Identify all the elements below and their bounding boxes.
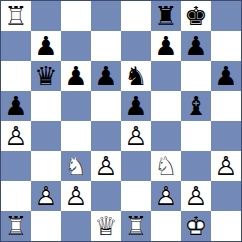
square-e5[interactable]: ♟ [121,91,151,121]
square-b4[interactable] [31,121,61,151]
white-pawn-fill: ♟ [121,121,151,151]
square-h8[interactable] [211,1,241,31]
square-g1[interactable]: ♚♔ [181,211,211,241]
square-b5[interactable] [31,91,61,121]
chess-board: ♜♖♜♚♟♟♟♛♟♟♞♟♟♟♝♟♙♟♙♞♘♟♙♞♘♟♙♟♙♟♙♟♙♟♙♜♖♛♕♜… [0,0,242,242]
white-rook[interactable]: ♖ [1,211,31,241]
square-b6[interactable]: ♛ [31,61,61,91]
square-a6[interactable] [1,61,31,91]
square-e4[interactable]: ♟♙ [121,121,151,151]
white-pawn-fill: ♟ [211,151,241,181]
square-c6[interactable]: ♟ [61,61,91,91]
square-f4[interactable] [151,121,181,151]
black-knight[interactable]: ♞ [121,61,151,91]
white-rook-fill: ♜ [1,211,31,241]
square-b7[interactable]: ♟ [31,31,61,61]
square-g3[interactable] [181,151,211,181]
white-pawn-fill: ♟ [181,181,211,211]
white-queen-fill: ♛ [91,211,121,241]
square-d7[interactable] [91,31,121,61]
white-pawn-fill: ♟ [61,181,91,211]
square-h3[interactable]: ♟♙ [211,151,241,181]
white-pawn[interactable]: ♙ [121,121,151,151]
square-a1[interactable]: ♜♖ [1,211,31,241]
black-pawn[interactable]: ♟ [61,61,91,91]
square-f2[interactable]: ♟♙ [151,181,181,211]
square-g5[interactable]: ♝ [181,91,211,121]
square-g2[interactable]: ♟♙ [181,181,211,211]
white-knight[interactable]: ♘ [151,151,181,181]
white-pawn[interactable]: ♙ [211,151,241,181]
black-pawn[interactable]: ♟ [91,61,121,91]
square-h6[interactable]: ♟ [211,61,241,91]
square-b8[interactable] [31,1,61,31]
square-f1[interactable] [151,211,181,241]
square-h5[interactable] [211,91,241,121]
white-pawn-fill: ♟ [1,121,31,151]
white-pawn-fill: ♟ [31,181,61,211]
square-d2[interactable] [91,181,121,211]
square-d3[interactable]: ♟♙ [91,151,121,181]
square-a2[interactable] [1,181,31,211]
square-e3[interactable] [121,151,151,181]
black-pawn[interactable]: ♟ [211,61,241,91]
square-d1[interactable]: ♛♕ [91,211,121,241]
square-h2[interactable] [211,181,241,211]
black-pawn[interactable]: ♟ [121,91,151,121]
white-pawn[interactable]: ♙ [181,181,211,211]
square-d5[interactable] [91,91,121,121]
black-bishop[interactable]: ♝ [181,91,211,121]
black-rook[interactable]: ♜ [151,1,181,31]
white-pawn[interactable]: ♙ [1,121,31,151]
square-c4[interactable] [61,121,91,151]
black-pawn[interactable]: ♟ [151,31,181,61]
square-f3[interactable]: ♞♘ [151,151,181,181]
square-g8[interactable]: ♚ [181,1,211,31]
black-queen[interactable]: ♛ [31,61,61,91]
square-e7[interactable] [121,31,151,61]
square-f8[interactable]: ♜ [151,1,181,31]
square-g6[interactable] [181,61,211,91]
square-d6[interactable]: ♟ [91,61,121,91]
white-knight-fill: ♞ [61,151,91,181]
white-knight-fill: ♞ [151,151,181,181]
square-c1[interactable] [61,211,91,241]
square-h4[interactable] [211,121,241,151]
square-g7[interactable]: ♟ [181,31,211,61]
square-a7[interactable] [1,31,31,61]
square-e8[interactable] [121,1,151,31]
square-c8[interactable] [61,1,91,31]
square-e2[interactable] [121,181,151,211]
square-a4[interactable]: ♟♙ [1,121,31,151]
square-c2[interactable]: ♟♙ [61,181,91,211]
square-d8[interactable] [91,1,121,31]
square-c5[interactable] [61,91,91,121]
square-g4[interactable] [181,121,211,151]
square-h1[interactable] [211,211,241,241]
white-rook-fill: ♜ [1,1,31,31]
white-pawn-fill: ♟ [91,151,121,181]
white-queen[interactable]: ♕ [91,211,121,241]
white-rook[interactable]: ♖ [1,1,31,31]
square-a3[interactable] [1,151,31,181]
black-pawn[interactable]: ♟ [181,31,211,61]
white-pawn[interactable]: ♙ [91,151,121,181]
square-a5[interactable]: ♟ [1,91,31,121]
white-pawn[interactable]: ♙ [31,181,61,211]
white-rook-fill: ♜ [121,211,151,241]
black-pawn[interactable]: ♟ [31,31,61,61]
square-f6[interactable] [151,61,181,91]
white-knight[interactable]: ♘ [61,151,91,181]
black-king[interactable]: ♚ [181,1,211,31]
square-h7[interactable] [211,31,241,61]
square-c3[interactable]: ♞♘ [61,151,91,181]
square-f7[interactable]: ♟ [151,31,181,61]
white-pawn-fill: ♟ [151,181,181,211]
white-pawn[interactable]: ♙ [151,181,181,211]
square-c7[interactable] [61,31,91,61]
square-e1[interactable]: ♜♖ [121,211,151,241]
square-a8[interactable]: ♜♖ [1,1,31,31]
square-f5[interactable] [151,91,181,121]
white-pawn[interactable]: ♙ [61,181,91,211]
white-king[interactable]: ♔ [181,211,211,241]
white-king-fill: ♚ [181,211,211,241]
white-rook[interactable]: ♖ [121,211,151,241]
square-b3[interactable] [31,151,61,181]
black-pawn[interactable]: ♟ [1,91,31,121]
square-b2[interactable]: ♟♙ [31,181,61,211]
square-d4[interactable] [91,121,121,151]
square-b1[interactable] [31,211,61,241]
square-e6[interactable]: ♞ [121,61,151,91]
